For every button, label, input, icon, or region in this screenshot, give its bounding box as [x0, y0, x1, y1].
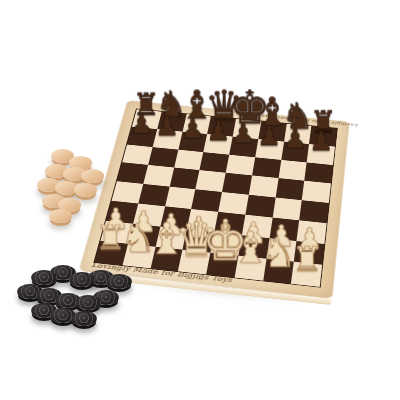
board-square: [245, 195, 275, 218]
draughts-piece-black: [106, 274, 132, 289]
board-square: [299, 200, 328, 223]
draughts-piece-light: [49, 209, 72, 223]
board-square: [269, 217, 299, 240]
board-square: [234, 256, 266, 281]
board-square: [214, 212, 245, 235]
draughts-piece-black: [71, 311, 97, 326]
board-square: [249, 176, 279, 198]
draughts-piece-black: [75, 295, 101, 310]
draughts-piece-black: [69, 272, 95, 287]
board-square: [263, 259, 294, 284]
board-square: [275, 178, 304, 200]
board-square: [210, 232, 241, 256]
draughts-piece-black: [31, 270, 57, 285]
board-square: [238, 235, 269, 259]
board-square: [196, 170, 226, 192]
board-square: [266, 238, 297, 262]
product-photo-canvas: Lovingly Made for Bigjigs Toys Lovingly …: [0, 0, 400, 400]
chess-board: Lovingly Made for Bigjigs Toys Lovingly …: [78, 100, 350, 299]
board-square: [272, 197, 302, 220]
board-grid: [93, 109, 338, 288]
board-square: [294, 241, 324, 265]
board-square: [183, 229, 215, 253]
board-square: [218, 192, 248, 214]
board-square: [302, 181, 331, 203]
board-square: [242, 214, 273, 237]
board-square: [187, 209, 218, 232]
board-square: [297, 220, 327, 243]
draughts-piece-light: [74, 183, 97, 197]
board-square: [291, 262, 322, 287]
draughts-piece-light: [81, 169, 104, 183]
